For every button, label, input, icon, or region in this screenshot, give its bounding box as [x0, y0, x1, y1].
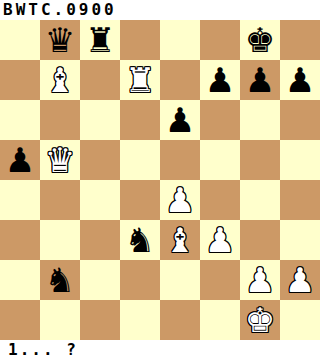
square-g7[interactable]: ♟: [240, 60, 280, 100]
square-d7[interactable]: ♜: [120, 60, 160, 100]
square-f3[interactable]: ♟: [200, 220, 240, 260]
square-c2[interactable]: [80, 260, 120, 300]
square-a2[interactable]: [0, 260, 40, 300]
black-pawn[interactable]: ♟: [245, 60, 275, 100]
square-h3[interactable]: [280, 220, 320, 260]
square-e8[interactable]: [160, 20, 200, 60]
white-queen[interactable]: ♛: [45, 140, 75, 180]
black-pawn[interactable]: ♟: [165, 100, 195, 140]
square-e7[interactable]: [160, 60, 200, 100]
square-d6[interactable]: [120, 100, 160, 140]
square-h4[interactable]: [280, 180, 320, 220]
square-f1[interactable]: [200, 300, 240, 340]
white-pawn[interactable]: ♟: [205, 220, 235, 260]
square-d2[interactable]: [120, 260, 160, 300]
square-g8[interactable]: ♚: [240, 20, 280, 60]
square-h6[interactable]: [280, 100, 320, 140]
square-e5[interactable]: [160, 140, 200, 180]
square-f2[interactable]: [200, 260, 240, 300]
white-bishop[interactable]: ♝: [165, 220, 195, 260]
square-b6[interactable]: [40, 100, 80, 140]
square-a1[interactable]: [0, 300, 40, 340]
square-f6[interactable]: [200, 100, 240, 140]
square-b5[interactable]: ♛: [40, 140, 80, 180]
white-king[interactable]: ♚: [245, 300, 275, 340]
square-h7[interactable]: ♟: [280, 60, 320, 100]
square-e3[interactable]: ♝: [160, 220, 200, 260]
square-c7[interactable]: [80, 60, 120, 100]
square-d5[interactable]: [120, 140, 160, 180]
black-pawn[interactable]: ♟: [5, 140, 35, 180]
square-e4[interactable]: ♟: [160, 180, 200, 220]
chess-board: ♛♜♚♝♜♟♟♟♟♟♛♟♞♝♟♞♟♟♚: [0, 20, 320, 340]
square-b7[interactable]: ♝: [40, 60, 80, 100]
square-d4[interactable]: [120, 180, 160, 220]
move-prompt: 1... ?: [0, 340, 320, 360]
black-queen[interactable]: ♛: [45, 20, 75, 60]
square-c3[interactable]: [80, 220, 120, 260]
square-c1[interactable]: [80, 300, 120, 340]
square-h1[interactable]: [280, 300, 320, 340]
square-b8[interactable]: ♛: [40, 20, 80, 60]
square-h5[interactable]: [280, 140, 320, 180]
black-pawn[interactable]: ♟: [285, 60, 315, 100]
square-f4[interactable]: [200, 180, 240, 220]
black-rook[interactable]: ♜: [85, 20, 115, 60]
square-b1[interactable]: [40, 300, 80, 340]
square-a5[interactable]: ♟: [0, 140, 40, 180]
square-g3[interactable]: [240, 220, 280, 260]
square-f5[interactable]: [200, 140, 240, 180]
square-g6[interactable]: [240, 100, 280, 140]
square-b3[interactable]: [40, 220, 80, 260]
square-f7[interactable]: ♟: [200, 60, 240, 100]
square-g4[interactable]: [240, 180, 280, 220]
square-g5[interactable]: [240, 140, 280, 180]
square-a3[interactable]: [0, 220, 40, 260]
square-g2[interactable]: ♟: [240, 260, 280, 300]
square-a4[interactable]: [0, 180, 40, 220]
square-b2[interactable]: ♞: [40, 260, 80, 300]
white-pawn[interactable]: ♟: [165, 180, 195, 220]
square-e2[interactable]: [160, 260, 200, 300]
square-d3[interactable]: ♞: [120, 220, 160, 260]
square-d1[interactable]: [120, 300, 160, 340]
square-a7[interactable]: [0, 60, 40, 100]
square-a6[interactable]: [0, 100, 40, 140]
black-knight[interactable]: ♞: [125, 220, 155, 260]
square-b4[interactable]: [40, 180, 80, 220]
square-d8[interactable]: [120, 20, 160, 60]
white-bishop[interactable]: ♝: [45, 60, 75, 100]
black-knight[interactable]: ♞: [45, 260, 75, 300]
puzzle-title: BWTC.0900: [0, 0, 320, 20]
black-pawn[interactable]: ♟: [205, 60, 235, 100]
square-c8[interactable]: ♜: [80, 20, 120, 60]
white-pawn[interactable]: ♟: [245, 260, 275, 300]
square-c4[interactable]: [80, 180, 120, 220]
white-rook[interactable]: ♜: [125, 60, 155, 100]
square-a8[interactable]: [0, 20, 40, 60]
square-e6[interactable]: ♟: [160, 100, 200, 140]
square-h2[interactable]: ♟: [280, 260, 320, 300]
square-e1[interactable]: [160, 300, 200, 340]
square-c5[interactable]: [80, 140, 120, 180]
square-h8[interactable]: [280, 20, 320, 60]
black-king[interactable]: ♚: [245, 20, 275, 60]
square-g1[interactable]: ♚: [240, 300, 280, 340]
chess-puzzle-window: BWTC.0900 ♛♜♚♝♜♟♟♟♟♟♛♟♞♝♟♞♟♟♚ 1... ?: [0, 0, 320, 360]
white-pawn[interactable]: ♟: [285, 260, 315, 300]
square-f8[interactable]: [200, 20, 240, 60]
square-c6[interactable]: [80, 100, 120, 140]
